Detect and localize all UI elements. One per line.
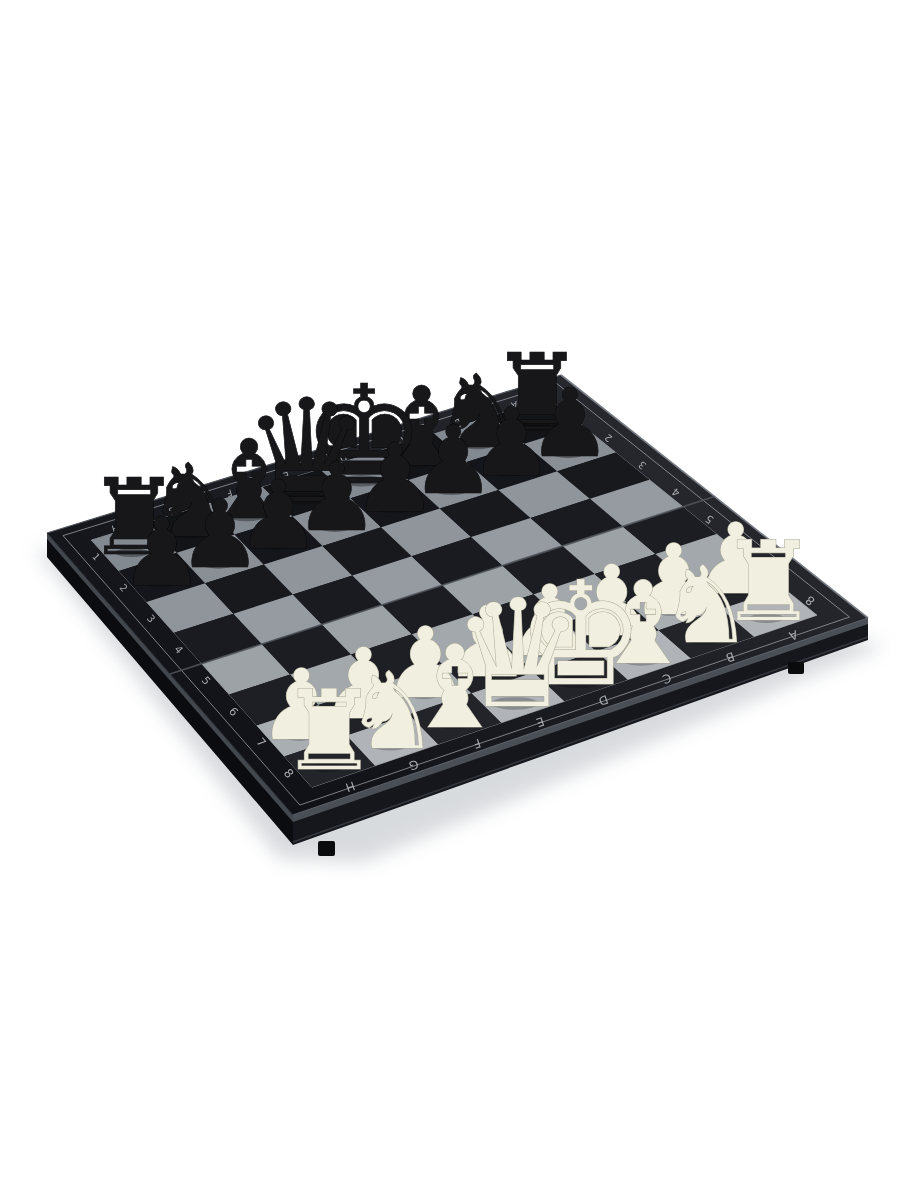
piece-black-pawn-a7[interactable]: ♟ [119,497,204,607]
piece-white-rook-a1[interactable]: ♜ [280,666,379,795]
product-photo: 1122334455667788HHGGFFEEDDCCBBAA♜♞♝♚♛♝♞♜… [0,0,900,1200]
chess-board: 1122334455667788HHGGFFEEDDCCBBAA♜♞♝♚♛♝♞♜… [0,0,900,1200]
board-foot-near [318,841,335,856]
board-foot-right [788,662,804,674]
